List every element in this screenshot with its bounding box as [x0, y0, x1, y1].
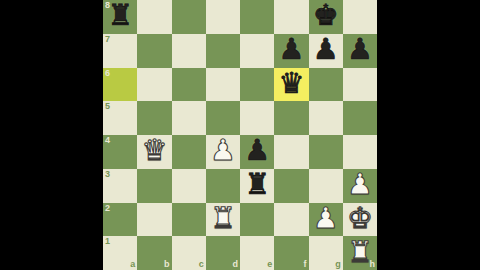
- square-e8[interactable]: [240, 0, 274, 34]
- square-a5[interactable]: 5: [103, 101, 137, 135]
- square-a8[interactable]: ♜8: [103, 0, 137, 34]
- file-label-b: b: [164, 260, 170, 269]
- piece-black-king[interactable]: ♚: [313, 1, 339, 30]
- square-a3[interactable]: 3: [103, 169, 137, 203]
- square-g2[interactable]: ♟: [309, 203, 343, 237]
- square-c3[interactable]: [172, 169, 206, 203]
- square-g7[interactable]: ♟: [309, 34, 343, 68]
- square-b2[interactable]: [137, 203, 171, 237]
- square-g6[interactable]: [309, 68, 343, 102]
- square-a4[interactable]: 4: [103, 135, 137, 169]
- rank-label-3: 3: [105, 170, 110, 179]
- piece-black-pawn[interactable]: ♟: [313, 35, 339, 64]
- piece-black-pawn[interactable]: ♟: [278, 35, 304, 64]
- square-c4[interactable]: [172, 135, 206, 169]
- square-e2[interactable]: [240, 203, 274, 237]
- square-b8[interactable]: [137, 0, 171, 34]
- square-h6[interactable]: [343, 68, 377, 102]
- piece-white-pawn[interactable]: ♟: [347, 170, 373, 199]
- square-h4[interactable]: [343, 135, 377, 169]
- rank-label-2: 2: [105, 204, 110, 213]
- square-e7[interactable]: [240, 34, 274, 68]
- square-g1[interactable]: g: [309, 236, 343, 270]
- square-f4[interactable]: [274, 135, 308, 169]
- rank-label-4: 4: [105, 136, 110, 145]
- square-e4[interactable]: ♟: [240, 135, 274, 169]
- square-a1[interactable]: 1a: [103, 236, 137, 270]
- piece-black-pawn[interactable]: ♟: [244, 136, 270, 165]
- rank-label-5: 5: [105, 102, 110, 111]
- square-f8[interactable]: [274, 0, 308, 34]
- square-h7[interactable]: ♟: [343, 34, 377, 68]
- file-label-e: e: [267, 260, 272, 269]
- square-f1[interactable]: f: [274, 236, 308, 270]
- rank-label-7: 7: [105, 35, 110, 44]
- square-h1[interactable]: ♜h: [343, 236, 377, 270]
- rank-label-6: 6: [105, 69, 110, 78]
- square-h2[interactable]: ♚: [343, 203, 377, 237]
- square-d8[interactable]: [206, 0, 240, 34]
- square-b3[interactable]: [137, 169, 171, 203]
- square-f3[interactable]: [274, 169, 308, 203]
- square-e3[interactable]: ♜: [240, 169, 274, 203]
- file-label-c: c: [199, 260, 204, 269]
- square-b6[interactable]: [137, 68, 171, 102]
- square-a7[interactable]: 7: [103, 34, 137, 68]
- square-b4[interactable]: ♛: [137, 135, 171, 169]
- square-d7[interactable]: [206, 34, 240, 68]
- piece-black-queen[interactable]: ♛: [278, 69, 304, 98]
- square-h5[interactable]: [343, 101, 377, 135]
- square-d6[interactable]: [206, 68, 240, 102]
- piece-black-pawn[interactable]: ♟: [347, 35, 373, 64]
- piece-white-pawn[interactable]: ♟: [210, 136, 236, 165]
- square-a2[interactable]: 2: [103, 203, 137, 237]
- square-b7[interactable]: [137, 34, 171, 68]
- square-b5[interactable]: [137, 101, 171, 135]
- square-c6[interactable]: [172, 68, 206, 102]
- piece-white-pawn[interactable]: ♟: [313, 204, 339, 233]
- square-d3[interactable]: [206, 169, 240, 203]
- square-d4[interactable]: ♟: [206, 135, 240, 169]
- piece-black-rook[interactable]: ♜: [244, 170, 270, 199]
- square-b1[interactable]: b: [137, 236, 171, 270]
- square-h8[interactable]: [343, 0, 377, 34]
- square-g8[interactable]: ♚: [309, 0, 343, 34]
- rank-label-1: 1: [105, 237, 110, 246]
- letterbox-left: [0, 0, 103, 270]
- square-f5[interactable]: [274, 101, 308, 135]
- file-label-g: g: [335, 260, 341, 269]
- square-g4[interactable]: [309, 135, 343, 169]
- square-c7[interactable]: [172, 34, 206, 68]
- piece-white-rook[interactable]: ♜: [347, 238, 373, 267]
- square-c8[interactable]: [172, 0, 206, 34]
- piece-white-king[interactable]: ♚: [347, 204, 373, 233]
- file-label-a: a: [130, 260, 135, 269]
- file-label-d: d: [233, 260, 239, 269]
- square-e5[interactable]: [240, 101, 274, 135]
- square-f2[interactable]: [274, 203, 308, 237]
- square-g3[interactable]: [309, 169, 343, 203]
- square-e6[interactable]: [240, 68, 274, 102]
- square-a6[interactable]: 6: [103, 68, 137, 102]
- app-window: ♜8♚7♟♟♟6♛54♛♟♟3♜♟2♜♟♚1abcdefg♜h: [0, 0, 480, 270]
- square-e1[interactable]: e: [240, 236, 274, 270]
- square-f6[interactable]: ♛: [274, 68, 308, 102]
- square-c5[interactable]: [172, 101, 206, 135]
- letterbox-right: [377, 0, 480, 270]
- square-g5[interactable]: [309, 101, 343, 135]
- chess-board: ♜8♚7♟♟♟6♛54♛♟♟3♜♟2♜♟♚1abcdefg♜h: [103, 0, 377, 270]
- piece-white-queen[interactable]: ♛: [141, 136, 167, 165]
- file-label-f: f: [304, 260, 307, 269]
- square-c2[interactable]: [172, 203, 206, 237]
- square-d2[interactable]: ♜: [206, 203, 240, 237]
- square-h3[interactable]: ♟: [343, 169, 377, 203]
- square-d5[interactable]: [206, 101, 240, 135]
- piece-black-rook[interactable]: ♜: [107, 1, 133, 30]
- square-d1[interactable]: d: [206, 236, 240, 270]
- square-c1[interactable]: c: [172, 236, 206, 270]
- piece-white-rook[interactable]: ♜: [210, 204, 236, 233]
- square-f7[interactable]: ♟: [274, 34, 308, 68]
